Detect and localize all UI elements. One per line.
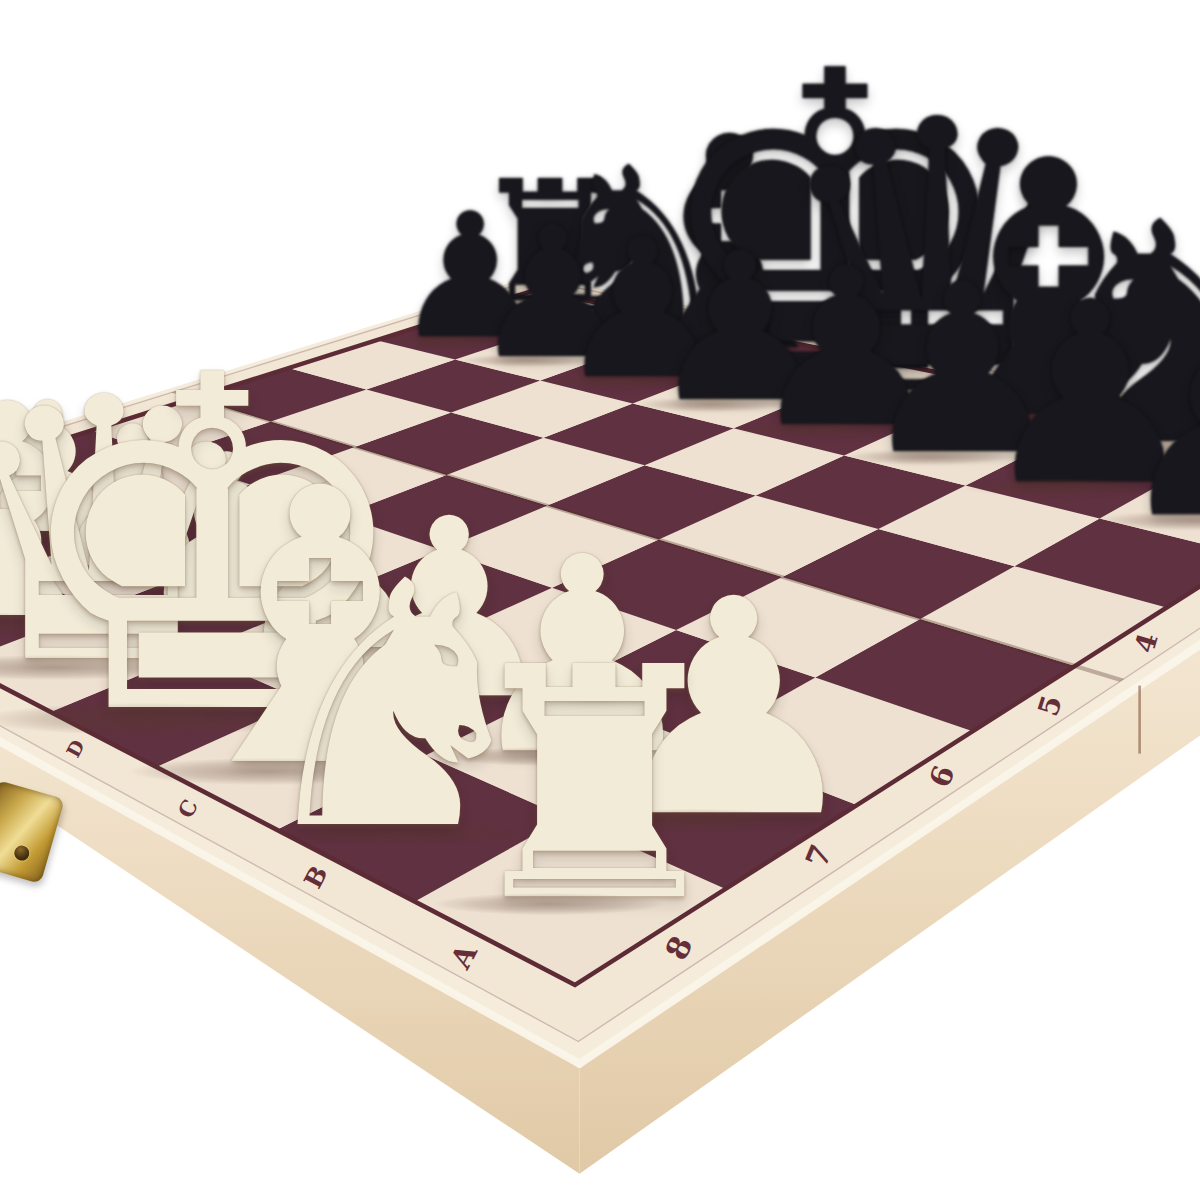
clasp-screw-icon — [13, 844, 32, 863]
piece-glyph: ♟ — [1111, 315, 1200, 526]
piece-glyph: ♜ — [451, 661, 688, 911]
product-photo-stage: ABCDEFGH12345678 ♜♞♟♝♟♚♟♛♟♝♟♞♟♜♟♟♟♟♜♟♞♟♝… — [0, 0, 1200, 1200]
piece-white-rook-a8[interactable]: ♜ — [451, 661, 688, 911]
piece-black-pawn-a2[interactable]: ♟ — [1111, 315, 1200, 526]
